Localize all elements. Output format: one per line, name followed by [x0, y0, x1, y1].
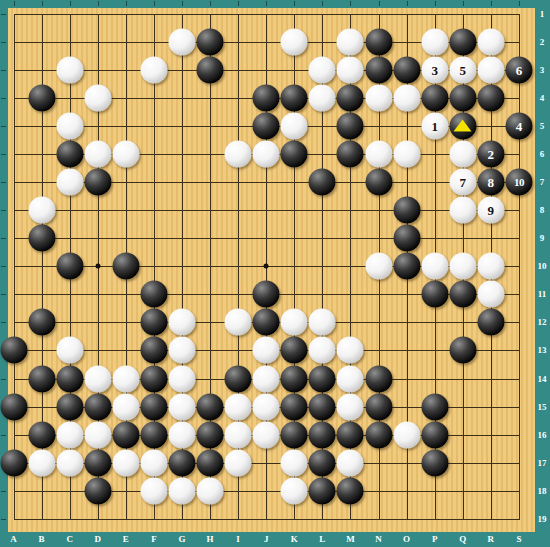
row-label-15: 15 [538, 402, 547, 412]
black-stone-Q11[interactable] [449, 281, 476, 308]
white-stone-C16[interactable] [56, 421, 83, 448]
white-stone-B17[interactable] [28, 449, 55, 476]
column-label-I: I [236, 534, 240, 544]
white-stone-Q3[interactable]: 5 [449, 56, 476, 83]
white-stone-B8[interactable] [28, 197, 55, 224]
black-stone-F13[interactable] [140, 337, 167, 364]
row-label-7: 7 [540, 177, 545, 187]
black-stone-K16[interactable] [281, 421, 308, 448]
black-stone-S3[interactable]: 6 [505, 56, 532, 83]
row-label-8: 8 [540, 205, 545, 215]
black-stone-F11[interactable] [140, 281, 167, 308]
move-number-label: 7 [460, 175, 467, 188]
black-stone-H16[interactable] [197, 421, 224, 448]
column-label-R: R [488, 534, 495, 544]
move-number-label: 10 [514, 176, 524, 187]
white-stone-I16[interactable] [225, 421, 252, 448]
black-stone-L7[interactable] [309, 168, 336, 195]
white-stone-P10[interactable] [421, 253, 448, 280]
black-stone-Q2[interactable] [449, 28, 476, 55]
move-number-label: 4 [516, 119, 523, 132]
white-stone-L3[interactable] [309, 56, 336, 83]
black-stone-Q13[interactable] [449, 337, 476, 364]
top-tick [154, 1, 155, 6]
black-stone-K13[interactable] [281, 337, 308, 364]
black-stone-P11[interactable] [421, 281, 448, 308]
white-stone-R8[interactable]: 9 [477, 197, 504, 224]
black-stone-N7[interactable] [365, 168, 392, 195]
black-stone-L14[interactable] [309, 365, 336, 392]
white-stone-G18[interactable] [168, 477, 195, 504]
white-stone-F3[interactable] [140, 56, 167, 83]
black-stone-N14[interactable] [365, 365, 392, 392]
top-tick [126, 1, 127, 6]
black-stone-K14[interactable] [281, 365, 308, 392]
row-label-3: 3 [540, 65, 545, 75]
white-stone-J16[interactable] [253, 421, 280, 448]
white-stone-G2[interactable] [168, 28, 195, 55]
row-label-10: 10 [538, 261, 547, 271]
black-stone-B16[interactable] [28, 421, 55, 448]
column-label-F: F [151, 534, 157, 544]
black-stone-R12[interactable] [477, 309, 504, 336]
black-stone-M4[interactable] [337, 84, 364, 111]
black-stone-L16[interactable] [309, 421, 336, 448]
white-stone-F17[interactable] [140, 449, 167, 476]
row-label-5: 5 [540, 121, 545, 131]
row-label-6: 6 [540, 149, 545, 159]
black-stone-R6[interactable]: 2 [477, 140, 504, 167]
black-stone-P4[interactable] [421, 84, 448, 111]
left-tick [1, 182, 6, 183]
black-stone-C15[interactable] [56, 393, 83, 420]
grid-hline-19 [14, 519, 520, 520]
white-stone-R10[interactable] [477, 253, 504, 280]
row-label-12: 12 [538, 317, 547, 327]
black-stone-E16[interactable] [112, 421, 139, 448]
left-tick [1, 294, 6, 295]
white-stone-M14[interactable] [337, 365, 364, 392]
white-stone-J15[interactable] [253, 393, 280, 420]
top-tick [491, 1, 492, 6]
white-stone-F18[interactable] [140, 477, 167, 504]
black-stone-D17[interactable] [84, 449, 111, 476]
white-stone-D4[interactable] [84, 84, 111, 111]
black-stone-B9[interactable] [28, 225, 55, 252]
top-tick [350, 1, 351, 6]
white-stone-K18[interactable] [281, 477, 308, 504]
top-tick [238, 1, 239, 6]
white-stone-E15[interactable] [112, 393, 139, 420]
black-stone-O8[interactable] [393, 197, 420, 224]
top-tick [98, 1, 99, 6]
white-stone-H18[interactable] [197, 477, 224, 504]
white-stone-M13[interactable] [337, 337, 364, 364]
black-stone-A17[interactable] [0, 449, 27, 476]
black-stone-L15[interactable] [309, 393, 336, 420]
black-stone-N2[interactable] [365, 28, 392, 55]
move-number-label: 2 [488, 147, 495, 160]
white-stone-Q8[interactable] [449, 197, 476, 224]
left-tick [1, 238, 6, 239]
column-label-B: B [39, 534, 45, 544]
black-stone-I14[interactable] [225, 365, 252, 392]
black-stone-H15[interactable] [197, 393, 224, 420]
white-stone-M15[interactable] [337, 393, 364, 420]
black-stone-F12[interactable] [140, 309, 167, 336]
row-label-2: 2 [540, 37, 545, 47]
column-label-A: A [10, 534, 17, 544]
row-label-4: 4 [540, 93, 545, 103]
left-tick [1, 379, 6, 380]
left-tick [1, 126, 6, 127]
white-stone-C3[interactable] [56, 56, 83, 83]
left-tick [1, 322, 6, 323]
white-stone-M2[interactable] [337, 28, 364, 55]
row-label-19: 19 [538, 514, 547, 524]
white-stone-C5[interactable] [56, 112, 83, 139]
top-tick [463, 1, 464, 6]
white-stone-Q7[interactable]: 7 [449, 168, 476, 195]
white-stone-M17[interactable] [337, 449, 364, 476]
black-stone-M18[interactable] [337, 477, 364, 504]
left-tick [1, 491, 6, 492]
top-tick [210, 1, 211, 6]
white-stone-G12[interactable] [168, 309, 195, 336]
left-tick [1, 14, 6, 15]
black-stone-Q4[interactable] [449, 84, 476, 111]
black-stone-N16[interactable] [365, 421, 392, 448]
white-stone-C7[interactable] [56, 168, 83, 195]
row-label-1: 1 [540, 9, 545, 19]
top-tick [42, 1, 43, 6]
white-stone-L4[interactable] [309, 84, 336, 111]
left-tick [1, 210, 6, 211]
black-stone-A15[interactable] [0, 393, 27, 420]
white-stone-D6[interactable] [84, 140, 111, 167]
black-stone-O10[interactable] [393, 253, 420, 280]
top-tick [407, 1, 408, 6]
left-tick [1, 70, 6, 71]
black-stone-M16[interactable] [337, 421, 364, 448]
black-stone-K4[interactable] [281, 84, 308, 111]
black-stone-B14[interactable] [28, 365, 55, 392]
white-stone-R3[interactable] [477, 56, 504, 83]
white-stone-K12[interactable] [281, 309, 308, 336]
move-number-label: 5 [460, 63, 467, 76]
white-stone-O6[interactable] [393, 140, 420, 167]
white-stone-P2[interactable] [421, 28, 448, 55]
left-tick [1, 519, 6, 520]
white-stone-I12[interactable] [225, 309, 252, 336]
black-stone-C14[interactable] [56, 365, 83, 392]
black-stone-B12[interactable] [28, 309, 55, 336]
white-stone-I17[interactable] [225, 449, 252, 476]
black-stone-P15[interactable] [421, 393, 448, 420]
white-stone-K5[interactable] [281, 112, 308, 139]
black-stone-R7[interactable]: 8 [477, 168, 504, 195]
white-stone-O4[interactable] [393, 84, 420, 111]
black-stone-H3[interactable] [197, 56, 224, 83]
black-stone-H17[interactable] [197, 449, 224, 476]
column-label-C: C [66, 534, 73, 544]
black-stone-R4[interactable] [477, 84, 504, 111]
black-stone-N15[interactable] [365, 393, 392, 420]
triangle-marker-icon [454, 120, 472, 132]
black-stone-F14[interactable] [140, 365, 167, 392]
left-tick [1, 435, 6, 436]
top-tick [322, 1, 323, 6]
row-label-14: 14 [538, 374, 547, 384]
white-stone-L12[interactable] [309, 309, 336, 336]
column-label-M: M [346, 534, 355, 544]
white-stone-C13[interactable] [56, 337, 83, 364]
column-label-L: L [319, 534, 325, 544]
column-label-D: D [94, 534, 101, 544]
black-stone-G17[interactable] [168, 449, 195, 476]
black-stone-E10[interactable] [112, 253, 139, 280]
column-label-P: P [432, 534, 438, 544]
top-tick [182, 1, 183, 6]
row-label-18: 18 [538, 486, 547, 496]
white-stone-I15[interactable] [225, 393, 252, 420]
black-stone-P17[interactable] [421, 449, 448, 476]
top-tick [435, 1, 436, 6]
row-label-16: 16 [538, 430, 547, 440]
black-stone-M5[interactable] [337, 112, 364, 139]
black-stone-O3[interactable] [393, 56, 420, 83]
black-stone-D18[interactable] [84, 477, 111, 504]
black-stone-O9[interactable] [393, 225, 420, 252]
column-label-N: N [375, 534, 382, 544]
column-label-G: G [178, 534, 185, 544]
white-stone-P3[interactable]: 3 [421, 56, 448, 83]
white-stone-P5[interactable]: 1 [421, 112, 448, 139]
black-stone-S5[interactable]: 4 [505, 112, 532, 139]
black-stone-A13[interactable] [0, 337, 27, 364]
black-stone-J11[interactable] [253, 281, 280, 308]
black-stone-J4[interactable] [253, 84, 280, 111]
black-stone-H2[interactable] [197, 28, 224, 55]
top-tick [519, 1, 520, 6]
top-tick [14, 1, 15, 6]
black-stone-C6[interactable] [56, 140, 83, 167]
white-stone-J13[interactable] [253, 337, 280, 364]
white-stone-R2[interactable] [477, 28, 504, 55]
white-stone-G16[interactable] [168, 421, 195, 448]
star-point-J10 [264, 264, 269, 269]
white-stone-N10[interactable] [365, 253, 392, 280]
move-number-label: 1 [431, 119, 438, 132]
black-stone-S7[interactable]: 10 [505, 168, 532, 195]
left-tick [1, 42, 6, 43]
white-stone-O16[interactable] [393, 421, 420, 448]
white-stone-D16[interactable] [84, 421, 111, 448]
left-tick [1, 154, 6, 155]
white-stone-N4[interactable] [365, 84, 392, 111]
column-label-S: S [516, 534, 521, 544]
white-stone-R11[interactable] [477, 281, 504, 308]
row-label-11: 11 [538, 289, 547, 299]
black-stone-C10[interactable] [56, 253, 83, 280]
column-label-O: O [403, 534, 410, 544]
row-label-13: 13 [538, 345, 547, 355]
top-tick [266, 1, 267, 6]
top-tick [379, 1, 380, 6]
white-stone-K2[interactable] [281, 28, 308, 55]
white-stone-J14[interactable] [253, 365, 280, 392]
white-stone-K17[interactable] [281, 449, 308, 476]
white-stone-Q6[interactable] [449, 140, 476, 167]
black-stone-L18[interactable] [309, 477, 336, 504]
row-label-9: 9 [540, 233, 545, 243]
black-stone-D15[interactable] [84, 393, 111, 420]
column-label-K: K [291, 534, 298, 544]
black-stone-F16[interactable] [140, 421, 167, 448]
black-stone-L17[interactable] [309, 449, 336, 476]
star-point-D10 [95, 264, 100, 269]
column-label-E: E [123, 534, 129, 544]
black-stone-J12[interactable] [253, 309, 280, 336]
white-stone-N6[interactable] [365, 140, 392, 167]
white-stone-C17[interactable] [56, 449, 83, 476]
row-label-17: 17 [538, 458, 547, 468]
move-number-label: 8 [488, 175, 495, 188]
white-stone-G15[interactable] [168, 393, 195, 420]
black-stone-P16[interactable] [421, 421, 448, 448]
grid-vline-S [519, 14, 520, 520]
white-stone-M3[interactable] [337, 56, 364, 83]
black-stone-F15[interactable] [140, 393, 167, 420]
move-number-label: 9 [488, 204, 495, 217]
white-stone-E17[interactable] [112, 449, 139, 476]
black-stone-J5[interactable] [253, 112, 280, 139]
column-label-H: H [207, 534, 214, 544]
white-stone-Q10[interactable] [449, 253, 476, 280]
black-stone-Q5[interactable] [449, 112, 476, 139]
black-stone-N3[interactable] [365, 56, 392, 83]
black-stone-M6[interactable] [337, 140, 364, 167]
black-stone-K15[interactable] [281, 393, 308, 420]
top-tick [70, 1, 71, 6]
white-stone-L13[interactable] [309, 337, 336, 364]
move-number-label: 6 [516, 63, 523, 76]
white-stone-G14[interactable] [168, 365, 195, 392]
black-stone-K6[interactable] [281, 140, 308, 167]
black-stone-D7[interactable] [84, 168, 111, 195]
white-stone-D14[interactable] [84, 365, 111, 392]
white-stone-J6[interactable] [253, 140, 280, 167]
column-label-Q: Q [459, 534, 466, 544]
white-stone-G13[interactable] [168, 337, 195, 364]
white-stone-E6[interactable] [112, 140, 139, 167]
left-tick [1, 98, 6, 99]
move-number-label: 3 [431, 63, 438, 76]
left-tick [1, 266, 6, 267]
white-stone-E14[interactable] [112, 365, 139, 392]
column-label-J: J [264, 534, 269, 544]
top-tick [294, 1, 295, 6]
go-app-window: 35614278109 1234567891011121314151617181… [0, 0, 550, 547]
black-stone-B4[interactable] [28, 84, 55, 111]
white-stone-I6[interactable] [225, 140, 252, 167]
